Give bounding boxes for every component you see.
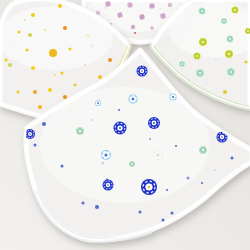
mint-flower-millefiori <box>179 61 185 67</box>
glass-dot <box>18 31 21 34</box>
glass-speck <box>231 157 234 160</box>
square-dot <box>168 3 172 7</box>
sky-flower-millefiori <box>101 150 111 160</box>
glass-speck <box>159 204 161 206</box>
glass-speck <box>159 8 161 10</box>
photo-canvas <box>0 0 250 250</box>
glass-speck <box>167 137 169 139</box>
lime-millefiori <box>199 38 207 46</box>
glass-speck <box>141 169 143 171</box>
glass-dot <box>98 75 102 79</box>
glass-speck <box>94 174 96 176</box>
sky-flower-millefiori <box>95 100 101 106</box>
glass-speck <box>137 107 139 109</box>
glass-speck <box>91 119 93 121</box>
glass-speck <box>34 144 37 147</box>
glass-speck <box>102 162 105 165</box>
glass-speck <box>89 111 91 113</box>
white-flower-millefiori <box>153 150 163 160</box>
glass-speck <box>139 211 142 214</box>
glass-speck <box>184 161 186 163</box>
lime-millefiori <box>232 7 239 14</box>
glass-speck <box>61 165 64 168</box>
glass-dot <box>8 63 12 67</box>
glass-dot <box>38 105 42 109</box>
square-dot <box>149 3 154 8</box>
glass-dot <box>134 32 136 34</box>
blue-millefiori-large <box>141 179 157 195</box>
sky-flower-millefiori <box>129 95 138 104</box>
glass-speck <box>95 205 99 209</box>
glass-dot <box>223 90 227 94</box>
glass-speck <box>162 219 165 222</box>
glass-dot <box>108 58 112 62</box>
glass-speck <box>201 182 203 184</box>
glass-dot <box>31 66 35 70</box>
glass-sheen <box>40 87 210 203</box>
glass-dot <box>5 59 8 62</box>
mint-flower-millefiori <box>227 68 235 76</box>
glass-speck <box>124 151 126 153</box>
product-photo <box>0 0 250 250</box>
glass-dot <box>63 26 67 30</box>
blue-millefiori <box>103 180 114 191</box>
pale-green-flower-millefiori <box>199 146 207 154</box>
glass-speck <box>215 59 217 61</box>
glass-speck <box>166 189 168 191</box>
square-dot <box>139 14 145 20</box>
glass-speck <box>171 212 174 215</box>
lime-millefiori <box>194 53 201 60</box>
glass-speck <box>104 7 106 9</box>
glass-dot <box>91 45 94 48</box>
glass-dot <box>31 13 35 17</box>
glass-dot <box>58 4 62 8</box>
glass-dot <box>87 34 90 37</box>
mint-flower-millefiori <box>221 18 227 24</box>
glass-speck <box>214 169 216 171</box>
blue-millefiori <box>114 122 127 135</box>
glass-speck <box>54 74 56 76</box>
glass-speck <box>24 19 26 21</box>
glass-dot <box>26 49 29 52</box>
glass-dot <box>48 88 52 92</box>
glass-speck <box>42 122 46 126</box>
square-dot <box>105 1 111 7</box>
glass-dot <box>245 61 248 64</box>
glass-dot <box>61 72 64 75</box>
glass-speck <box>187 177 190 180</box>
glass-speck <box>84 64 86 66</box>
glass-speck <box>114 199 116 201</box>
glass-speck <box>71 151 73 153</box>
glass-dot <box>33 90 37 94</box>
glass-dot <box>28 33 32 37</box>
glass-dot <box>74 39 77 42</box>
lime-millefiori <box>225 50 233 58</box>
glass-speck <box>106 179 109 182</box>
mint-flower-millefiori <box>196 69 204 77</box>
blue-millefiori <box>148 117 160 129</box>
glass-dot <box>63 95 67 99</box>
glass-speck <box>149 138 151 140</box>
glass-speck <box>121 91 123 93</box>
blue-millefiori <box>137 66 148 77</box>
glass-dot <box>17 91 20 94</box>
mint-flower-millefiori <box>199 8 206 15</box>
mint-flower-millefiori <box>227 36 234 43</box>
glass-speck <box>175 145 177 147</box>
glass-speck <box>199 164 201 166</box>
pale-green-flower-millefiori <box>76 127 84 135</box>
glass-speck <box>44 29 46 31</box>
glass-speck <box>118 109 120 111</box>
glass-dot <box>74 84 77 87</box>
glass-dot <box>49 49 57 57</box>
square-dot <box>127 2 132 7</box>
glass-dot <box>10 46 13 49</box>
sky-flower-millefiori <box>170 94 177 101</box>
glass-speck <box>82 202 85 205</box>
square-dot <box>150 26 153 29</box>
glass-dot <box>69 48 72 51</box>
pale-green-flower-millefiori <box>129 161 135 167</box>
